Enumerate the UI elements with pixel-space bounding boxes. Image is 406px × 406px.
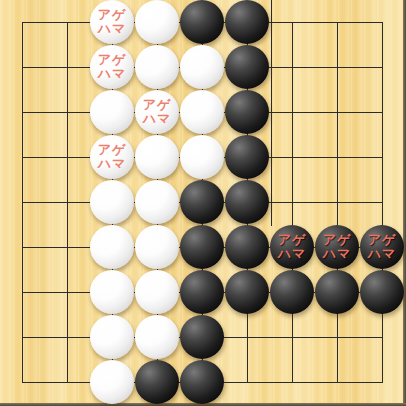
agehama-label: アゲハマ bbox=[360, 225, 404, 269]
artifact-vertical-line bbox=[271, 0, 272, 226]
agehama-label: アゲハマ bbox=[90, 45, 134, 89]
agehama-label: アゲハマ bbox=[135, 90, 179, 134]
black-stone[interactable]: アゲハマ bbox=[315, 225, 359, 269]
black-stone[interactable] bbox=[225, 225, 269, 269]
white-stone[interactable]: アゲハマ bbox=[90, 135, 134, 179]
black-stone[interactable] bbox=[180, 270, 224, 314]
black-stone[interactable] bbox=[225, 0, 269, 44]
black-stone[interactable] bbox=[225, 90, 269, 134]
white-stone[interactable] bbox=[90, 180, 134, 224]
black-stone[interactable] bbox=[315, 270, 359, 314]
white-stone[interactable]: アゲハマ bbox=[135, 90, 179, 134]
black-stone[interactable] bbox=[225, 270, 269, 314]
black-stone[interactable] bbox=[180, 180, 224, 224]
white-stone[interactable] bbox=[90, 315, 134, 359]
white-stone[interactable] bbox=[180, 90, 224, 134]
black-stone[interactable] bbox=[135, 360, 179, 404]
white-stone[interactable] bbox=[135, 45, 179, 89]
grid-vline bbox=[382, 22, 383, 383]
white-stone[interactable] bbox=[135, 135, 179, 179]
black-stone[interactable] bbox=[360, 270, 404, 314]
white-stone[interactable] bbox=[180, 45, 224, 89]
black-stone[interactable] bbox=[180, 225, 224, 269]
grid-vline bbox=[292, 22, 293, 383]
black-stone[interactable] bbox=[225, 180, 269, 224]
white-stone[interactable]: アゲハマ bbox=[90, 45, 134, 89]
white-stone[interactable] bbox=[135, 0, 179, 44]
white-stone[interactable] bbox=[90, 270, 134, 314]
agehama-label: アゲハマ bbox=[90, 0, 134, 44]
agehama-label: アゲハマ bbox=[90, 135, 134, 179]
black-stone[interactable] bbox=[270, 270, 314, 314]
black-stone[interactable] bbox=[225, 45, 269, 89]
agehama-label: アゲハマ bbox=[315, 225, 359, 269]
white-stone[interactable] bbox=[90, 360, 134, 404]
black-stone[interactable]: アゲハマ bbox=[270, 225, 314, 269]
white-stone[interactable] bbox=[135, 315, 179, 359]
white-stone[interactable] bbox=[90, 90, 134, 134]
black-stone[interactable] bbox=[180, 315, 224, 359]
white-stone[interactable]: アゲハマ bbox=[90, 0, 134, 44]
white-stone[interactable] bbox=[135, 270, 179, 314]
black-stone[interactable]: アゲハマ bbox=[360, 225, 404, 269]
go-board[interactable]: アゲハマアゲハマアゲハマアゲハマアゲハマアゲハマアゲハマ bbox=[0, 0, 406, 406]
agehama-label: アゲハマ bbox=[270, 225, 314, 269]
white-stone[interactable] bbox=[135, 225, 179, 269]
white-stone[interactable] bbox=[135, 180, 179, 224]
black-stone[interactable] bbox=[225, 135, 269, 179]
white-stone[interactable] bbox=[180, 135, 224, 179]
black-stone[interactable] bbox=[180, 360, 224, 404]
black-stone[interactable] bbox=[180, 0, 224, 44]
grid-vline bbox=[337, 22, 338, 383]
white-stone[interactable] bbox=[90, 225, 134, 269]
